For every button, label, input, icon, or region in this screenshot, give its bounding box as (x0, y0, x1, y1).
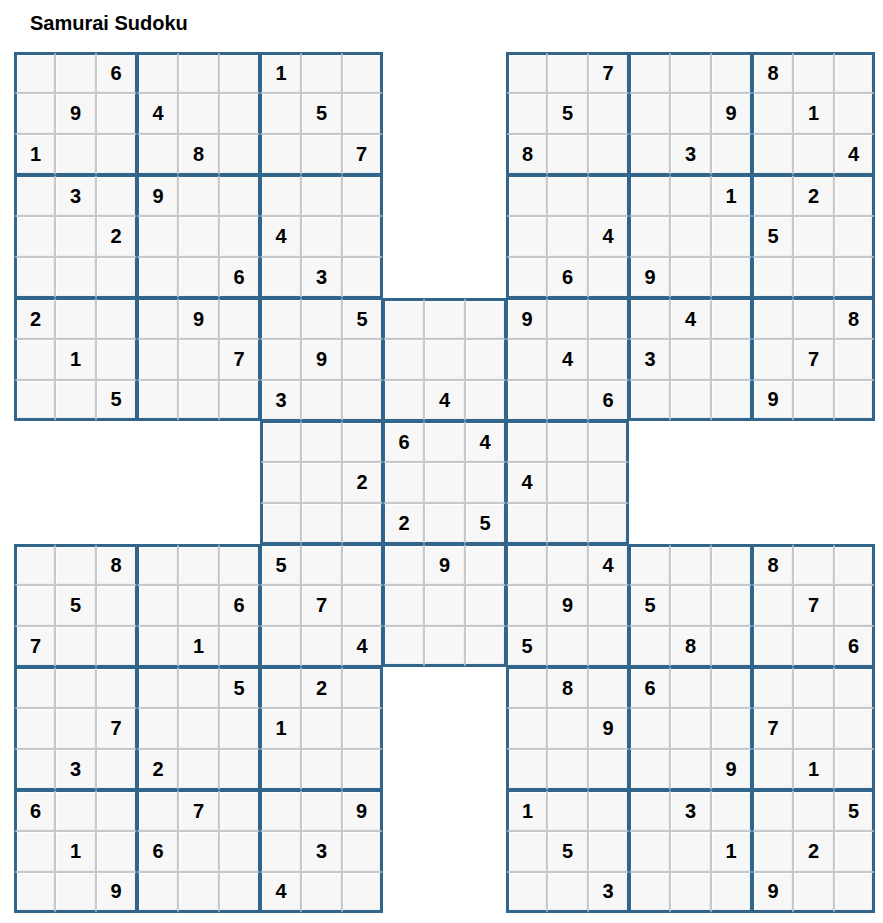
cell-r15-c16[interactable] (670, 667, 711, 708)
cell-r18-c14[interactable] (588, 790, 629, 831)
cell-r5-c1[interactable] (55, 257, 96, 298)
cell-r16-c13[interactable] (547, 708, 588, 749)
cell-r16-c16[interactable] (670, 708, 711, 749)
cell-r12-c17[interactable] (711, 544, 752, 585)
cell-r4-c17[interactable] (711, 216, 752, 257)
cell-r15-c17[interactable] (711, 667, 752, 708)
cell-r17-c5[interactable] (219, 749, 260, 790)
cell-r2-c8[interactable]: 7 (342, 134, 383, 175)
cell-r1-c16[interactable] (670, 93, 711, 134)
cell-r5-c7[interactable]: 3 (301, 257, 342, 298)
cell-r0-c7[interactable] (301, 52, 342, 93)
cell-r6-c14[interactable] (588, 298, 629, 339)
cell-r16-c8[interactable] (342, 708, 383, 749)
cell-r13-c2[interactable] (96, 585, 137, 626)
cell-r3-c18[interactable] (752, 175, 793, 216)
cell-r18-c18[interactable] (752, 790, 793, 831)
cell-r18-c16[interactable]: 3 (670, 790, 711, 831)
cell-r2-c16[interactable]: 3 (670, 134, 711, 175)
cell-r12-c0[interactable] (14, 544, 55, 585)
cell-r15-c4[interactable] (178, 667, 219, 708)
cell-r8-c7[interactable] (301, 380, 342, 421)
cell-r2-c4[interactable]: 8 (178, 134, 219, 175)
cell-r12-c19[interactable] (793, 544, 834, 585)
cell-r15-c3[interactable] (137, 667, 178, 708)
cell-r14-c0[interactable]: 7 (14, 626, 55, 667)
cell-r20-c1[interactable] (55, 872, 96, 913)
cell-r5-c18[interactable] (752, 257, 793, 298)
cell-r12-c14[interactable]: 4 (588, 544, 629, 585)
cell-r15-c18[interactable] (752, 667, 793, 708)
cell-r5-c5[interactable]: 6 (219, 257, 260, 298)
cell-r20-c18[interactable]: 9 (752, 872, 793, 913)
cell-r3-c5[interactable] (219, 175, 260, 216)
cell-r20-c19[interactable] (793, 872, 834, 913)
cell-r8-c18[interactable]: 9 (752, 380, 793, 421)
cell-r14-c16[interactable]: 8 (670, 626, 711, 667)
cell-r10-c12[interactable]: 4 (506, 462, 547, 503)
cell-r12-c9[interactable] (383, 544, 424, 585)
cell-r19-c5[interactable] (219, 831, 260, 872)
cell-r12-c12[interactable] (506, 544, 547, 585)
cell-r17-c0[interactable] (14, 749, 55, 790)
cell-r6-c3[interactable] (137, 298, 178, 339)
cell-r14-c12[interactable]: 5 (506, 626, 547, 667)
cell-r16-c18[interactable]: 7 (752, 708, 793, 749)
cell-r18-c7[interactable] (301, 790, 342, 831)
cell-r15-c19[interactable] (793, 667, 834, 708)
cell-r20-c15[interactable] (629, 872, 670, 913)
cell-r11-c7[interactable] (301, 503, 342, 544)
cell-r8-c14[interactable]: 6 (588, 380, 629, 421)
cell-r7-c3[interactable] (137, 339, 178, 380)
cell-r1-c19[interactable]: 1 (793, 93, 834, 134)
cell-r3-c8[interactable] (342, 175, 383, 216)
cell-r11-c13[interactable] (547, 503, 588, 544)
cell-r7-c16[interactable] (670, 339, 711, 380)
cell-r14-c17[interactable] (711, 626, 752, 667)
cell-r0-c19[interactable] (793, 52, 834, 93)
cell-r7-c9[interactable] (383, 339, 424, 380)
cell-r12-c3[interactable] (137, 544, 178, 585)
cell-r7-c20[interactable] (834, 339, 875, 380)
cell-r4-c7[interactable] (301, 216, 342, 257)
cell-r13-c4[interactable] (178, 585, 219, 626)
cell-r20-c13[interactable] (547, 872, 588, 913)
cell-r12-c11[interactable] (465, 544, 506, 585)
cell-r14-c2[interactable] (96, 626, 137, 667)
cell-r14-c8[interactable]: 4 (342, 626, 383, 667)
cell-r7-c0[interactable] (14, 339, 55, 380)
cell-r3-c6[interactable] (260, 175, 301, 216)
cell-r3-c17[interactable]: 1 (711, 175, 752, 216)
cell-r16-c15[interactable] (629, 708, 670, 749)
cell-r13-c9[interactable] (383, 585, 424, 626)
cell-r11-c8[interactable] (342, 503, 383, 544)
cell-r5-c16[interactable] (670, 257, 711, 298)
cell-r18-c15[interactable] (629, 790, 670, 831)
cell-r20-c16[interactable] (670, 872, 711, 913)
cell-r0-c17[interactable] (711, 52, 752, 93)
cell-r17-c8[interactable] (342, 749, 383, 790)
cell-r1-c14[interactable] (588, 93, 629, 134)
cell-r5-c2[interactable] (96, 257, 137, 298)
cell-r8-c13[interactable] (547, 380, 588, 421)
cell-r7-c10[interactable] (424, 339, 465, 380)
cell-r0-c5[interactable] (219, 52, 260, 93)
cell-r4-c19[interactable] (793, 216, 834, 257)
cell-r3-c0[interactable] (14, 175, 55, 216)
cell-r18-c20[interactable]: 5 (834, 790, 875, 831)
cell-r0-c1[interactable] (55, 52, 96, 93)
cell-r19-c6[interactable] (260, 831, 301, 872)
cell-r11-c10[interactable] (424, 503, 465, 544)
cell-r8-c9[interactable] (383, 380, 424, 421)
cell-r19-c2[interactable] (96, 831, 137, 872)
cell-r9-c12[interactable] (506, 421, 547, 462)
cell-r6-c4[interactable]: 9 (178, 298, 219, 339)
cell-r12-c20[interactable] (834, 544, 875, 585)
cell-r17-c2[interactable] (96, 749, 137, 790)
cell-r16-c1[interactable] (55, 708, 96, 749)
cell-r20-c20[interactable] (834, 872, 875, 913)
cell-r15-c20[interactable] (834, 667, 875, 708)
cell-r4-c3[interactable] (137, 216, 178, 257)
cell-r14-c11[interactable] (465, 626, 506, 667)
cell-r16-c0[interactable] (14, 708, 55, 749)
cell-r0-c4[interactable] (178, 52, 219, 93)
cell-r8-c6[interactable]: 3 (260, 380, 301, 421)
cell-r13-c19[interactable]: 7 (793, 585, 834, 626)
cell-r11-c14[interactable] (588, 503, 629, 544)
cell-r12-c7[interactable] (301, 544, 342, 585)
cell-r17-c3[interactable]: 2 (137, 749, 178, 790)
cell-r7-c12[interactable] (506, 339, 547, 380)
cell-r5-c8[interactable] (342, 257, 383, 298)
cell-r18-c0[interactable]: 6 (14, 790, 55, 831)
cell-r15-c13[interactable]: 8 (547, 667, 588, 708)
cell-r1-c8[interactable] (342, 93, 383, 134)
cell-r7-c5[interactable]: 7 (219, 339, 260, 380)
cell-r16-c3[interactable] (137, 708, 178, 749)
cell-r14-c20[interactable]: 6 (834, 626, 875, 667)
cell-r13-c18[interactable] (752, 585, 793, 626)
cell-r0-c6[interactable]: 1 (260, 52, 301, 93)
cell-r2-c7[interactable] (301, 134, 342, 175)
cell-r19-c4[interactable] (178, 831, 219, 872)
cell-r3-c16[interactable] (670, 175, 711, 216)
cell-r9-c6[interactable] (260, 421, 301, 462)
cell-r12-c6[interactable]: 5 (260, 544, 301, 585)
cell-r11-c6[interactable] (260, 503, 301, 544)
cell-r9-c10[interactable] (424, 421, 465, 462)
cell-r3-c3[interactable]: 9 (137, 175, 178, 216)
cell-r9-c9[interactable]: 6 (383, 421, 424, 462)
cell-r11-c9[interactable]: 2 (383, 503, 424, 544)
cell-r1-c13[interactable]: 5 (547, 93, 588, 134)
cell-r4-c6[interactable]: 4 (260, 216, 301, 257)
cell-r17-c18[interactable] (752, 749, 793, 790)
cell-r17-c4[interactable] (178, 749, 219, 790)
cell-r14-c10[interactable] (424, 626, 465, 667)
cell-r8-c16[interactable] (670, 380, 711, 421)
cell-r17-c6[interactable] (260, 749, 301, 790)
cell-r14-c19[interactable] (793, 626, 834, 667)
cell-r3-c13[interactable] (547, 175, 588, 216)
cell-r16-c6[interactable]: 1 (260, 708, 301, 749)
cell-r9-c13[interactable] (547, 421, 588, 462)
cell-r3-c7[interactable] (301, 175, 342, 216)
cell-r18-c6[interactable] (260, 790, 301, 831)
cell-r2-c19[interactable] (793, 134, 834, 175)
cell-r4-c14[interactable]: 4 (588, 216, 629, 257)
cell-r14-c6[interactable] (260, 626, 301, 667)
cell-r13-c13[interactable]: 9 (547, 585, 588, 626)
cell-r15-c0[interactable] (14, 667, 55, 708)
cell-r15-c7[interactable]: 2 (301, 667, 342, 708)
cell-r2-c1[interactable] (55, 134, 96, 175)
cell-r19-c18[interactable] (752, 831, 793, 872)
cell-r12-c1[interactable] (55, 544, 96, 585)
cell-r13-c1[interactable]: 5 (55, 585, 96, 626)
cell-r2-c14[interactable] (588, 134, 629, 175)
cell-r5-c14[interactable] (588, 257, 629, 298)
cell-r3-c2[interactable] (96, 175, 137, 216)
cell-r19-c13[interactable]: 5 (547, 831, 588, 872)
cell-r7-c13[interactable]: 4 (547, 339, 588, 380)
cell-r13-c3[interactable] (137, 585, 178, 626)
cell-r0-c15[interactable] (629, 52, 670, 93)
cell-r6-c20[interactable]: 8 (834, 298, 875, 339)
cell-r14-c4[interactable]: 1 (178, 626, 219, 667)
cell-r10-c9[interactable] (383, 462, 424, 503)
cell-r2-c13[interactable] (547, 134, 588, 175)
cell-r16-c2[interactable]: 7 (96, 708, 137, 749)
cell-r19-c1[interactable]: 1 (55, 831, 96, 872)
cell-r11-c12[interactable] (506, 503, 547, 544)
cell-r2-c3[interactable] (137, 134, 178, 175)
cell-r17-c16[interactable] (670, 749, 711, 790)
cell-r5-c17[interactable] (711, 257, 752, 298)
cell-r8-c2[interactable]: 5 (96, 380, 137, 421)
cell-r17-c19[interactable]: 1 (793, 749, 834, 790)
cell-r9-c14[interactable] (588, 421, 629, 462)
cell-r8-c17[interactable] (711, 380, 752, 421)
cell-r6-c19[interactable] (793, 298, 834, 339)
cell-r9-c8[interactable] (342, 421, 383, 462)
cell-r15-c14[interactable] (588, 667, 629, 708)
cell-r17-c14[interactable] (588, 749, 629, 790)
cell-r0-c20[interactable] (834, 52, 875, 93)
cell-r8-c19[interactable] (793, 380, 834, 421)
cell-r17-c7[interactable] (301, 749, 342, 790)
cell-r7-c6[interactable] (260, 339, 301, 380)
cell-r2-c17[interactable] (711, 134, 752, 175)
cell-r0-c8[interactable] (342, 52, 383, 93)
cell-r8-c0[interactable] (14, 380, 55, 421)
cell-r6-c9[interactable] (383, 298, 424, 339)
cell-r7-c2[interactable] (96, 339, 137, 380)
cell-r6-c5[interactable] (219, 298, 260, 339)
cell-r1-c0[interactable] (14, 93, 55, 134)
cell-r17-c12[interactable] (506, 749, 547, 790)
cell-r18-c19[interactable] (793, 790, 834, 831)
cell-r0-c14[interactable]: 7 (588, 52, 629, 93)
cell-r17-c15[interactable] (629, 749, 670, 790)
cell-r6-c1[interactable] (55, 298, 96, 339)
cell-r13-c20[interactable] (834, 585, 875, 626)
cell-r12-c16[interactable] (670, 544, 711, 585)
cell-r2-c20[interactable]: 4 (834, 134, 875, 175)
cell-r18-c8[interactable]: 9 (342, 790, 383, 831)
cell-r3-c12[interactable] (506, 175, 547, 216)
cell-r19-c17[interactable]: 1 (711, 831, 752, 872)
cell-r14-c13[interactable] (547, 626, 588, 667)
cell-r5-c20[interactable] (834, 257, 875, 298)
cell-r2-c18[interactable] (752, 134, 793, 175)
cell-r12-c8[interactable] (342, 544, 383, 585)
cell-r6-c18[interactable] (752, 298, 793, 339)
cell-r13-c14[interactable] (588, 585, 629, 626)
cell-r3-c1[interactable]: 3 (55, 175, 96, 216)
cell-r5-c19[interactable] (793, 257, 834, 298)
cell-r19-c14[interactable] (588, 831, 629, 872)
cell-r19-c12[interactable] (506, 831, 547, 872)
cell-r7-c19[interactable]: 7 (793, 339, 834, 380)
cell-r16-c17[interactable] (711, 708, 752, 749)
cell-r19-c8[interactable] (342, 831, 383, 872)
cell-r13-c17[interactable] (711, 585, 752, 626)
cell-r19-c15[interactable] (629, 831, 670, 872)
cell-r3-c4[interactable] (178, 175, 219, 216)
cell-r14-c1[interactable] (55, 626, 96, 667)
cell-r14-c3[interactable] (137, 626, 178, 667)
cell-r12-c2[interactable]: 8 (96, 544, 137, 585)
cell-r4-c20[interactable] (834, 216, 875, 257)
cell-r6-c0[interactable]: 2 (14, 298, 55, 339)
cell-r4-c15[interactable] (629, 216, 670, 257)
cell-r14-c15[interactable] (629, 626, 670, 667)
cell-r8-c15[interactable] (629, 380, 670, 421)
cell-r14-c14[interactable] (588, 626, 629, 667)
cell-r17-c1[interactable]: 3 (55, 749, 96, 790)
cell-r12-c4[interactable] (178, 544, 219, 585)
cell-r18-c12[interactable]: 1 (506, 790, 547, 831)
cell-r13-c12[interactable] (506, 585, 547, 626)
cell-r5-c6[interactable] (260, 257, 301, 298)
cell-r11-c11[interactable]: 5 (465, 503, 506, 544)
cell-r18-c2[interactable] (96, 790, 137, 831)
cell-r20-c5[interactable] (219, 872, 260, 913)
cell-r19-c20[interactable] (834, 831, 875, 872)
cell-r13-c15[interactable]: 5 (629, 585, 670, 626)
cell-r13-c7[interactable]: 7 (301, 585, 342, 626)
cell-r3-c19[interactable]: 2 (793, 175, 834, 216)
cell-r13-c0[interactable] (14, 585, 55, 626)
cell-r8-c4[interactable] (178, 380, 219, 421)
cell-r13-c5[interactable]: 6 (219, 585, 260, 626)
cell-r14-c7[interactable] (301, 626, 342, 667)
cell-r20-c12[interactable] (506, 872, 547, 913)
cell-r10-c11[interactable] (465, 462, 506, 503)
cell-r8-c20[interactable] (834, 380, 875, 421)
cell-r19-c0[interactable] (14, 831, 55, 872)
cell-r20-c4[interactable] (178, 872, 219, 913)
cell-r0-c12[interactable] (506, 52, 547, 93)
cell-r3-c15[interactable] (629, 175, 670, 216)
cell-r15-c6[interactable] (260, 667, 301, 708)
cell-r7-c11[interactable] (465, 339, 506, 380)
cell-r16-c5[interactable] (219, 708, 260, 749)
cell-r0-c3[interactable] (137, 52, 178, 93)
cell-r2-c15[interactable] (629, 134, 670, 175)
cell-r2-c2[interactable] (96, 134, 137, 175)
cell-r10-c8[interactable]: 2 (342, 462, 383, 503)
cell-r10-c14[interactable] (588, 462, 629, 503)
cell-r17-c13[interactable] (547, 749, 588, 790)
cell-r20-c17[interactable] (711, 872, 752, 913)
cell-r2-c12[interactable]: 8 (506, 134, 547, 175)
cell-r10-c7[interactable] (301, 462, 342, 503)
cell-r9-c7[interactable] (301, 421, 342, 462)
cell-r6-c11[interactable] (465, 298, 506, 339)
cell-r5-c15[interactable]: 9 (629, 257, 670, 298)
cell-r17-c17[interactable]: 9 (711, 749, 752, 790)
cell-r12-c5[interactable] (219, 544, 260, 585)
cell-r6-c16[interactable]: 4 (670, 298, 711, 339)
cell-r20-c14[interactable]: 3 (588, 872, 629, 913)
cell-r4-c0[interactable] (14, 216, 55, 257)
cell-r20-c0[interactable] (14, 872, 55, 913)
cell-r18-c17[interactable] (711, 790, 752, 831)
cell-r6-c8[interactable]: 5 (342, 298, 383, 339)
cell-r13-c16[interactable] (670, 585, 711, 626)
cell-r14-c18[interactable] (752, 626, 793, 667)
cell-r20-c3[interactable] (137, 872, 178, 913)
cell-r10-c13[interactable] (547, 462, 588, 503)
cell-r5-c13[interactable]: 6 (547, 257, 588, 298)
cell-r2-c6[interactable] (260, 134, 301, 175)
cell-r3-c14[interactable] (588, 175, 629, 216)
cell-r15-c1[interactable] (55, 667, 96, 708)
cell-r4-c13[interactable] (547, 216, 588, 257)
cell-r6-c10[interactable] (424, 298, 465, 339)
cell-r15-c15[interactable]: 6 (629, 667, 670, 708)
cell-r5-c4[interactable] (178, 257, 219, 298)
cell-r15-c8[interactable] (342, 667, 383, 708)
cell-r1-c5[interactable] (219, 93, 260, 134)
cell-r4-c8[interactable] (342, 216, 383, 257)
cell-r16-c4[interactable] (178, 708, 219, 749)
cell-r13-c11[interactable] (465, 585, 506, 626)
cell-r8-c12[interactable] (506, 380, 547, 421)
cell-r16-c12[interactable] (506, 708, 547, 749)
cell-r0-c2[interactable]: 6 (96, 52, 137, 93)
cell-r10-c6[interactable] (260, 462, 301, 503)
cell-r14-c5[interactable] (219, 626, 260, 667)
cell-r10-c10[interactable] (424, 462, 465, 503)
cell-r4-c1[interactable] (55, 216, 96, 257)
cell-r6-c15[interactable] (629, 298, 670, 339)
cell-r5-c12[interactable] (506, 257, 547, 298)
cell-r5-c3[interactable] (137, 257, 178, 298)
cell-r8-c11[interactable] (465, 380, 506, 421)
cell-r3-c20[interactable] (834, 175, 875, 216)
cell-r20-c2[interactable]: 9 (96, 872, 137, 913)
cell-r4-c12[interactable] (506, 216, 547, 257)
cell-r1-c6[interactable] (260, 93, 301, 134)
cell-r0-c16[interactable] (670, 52, 711, 93)
